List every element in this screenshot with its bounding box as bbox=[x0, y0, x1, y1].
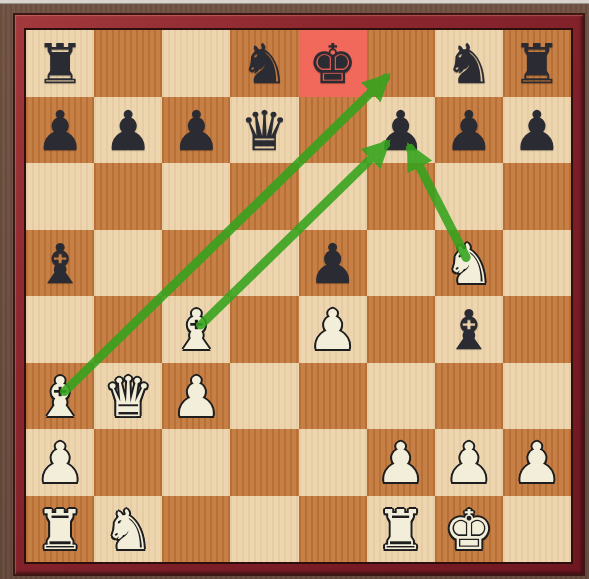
square-d8[interactable]: ♞ bbox=[230, 30, 298, 97]
piece-black-pawn[interactable]: ♟ bbox=[376, 101, 425, 161]
square-f2[interactable]: ♟ bbox=[367, 429, 435, 496]
square-c2[interactable] bbox=[162, 429, 230, 496]
square-a7[interactable]: ♟ bbox=[26, 97, 94, 164]
square-e7[interactable] bbox=[299, 97, 367, 164]
piece-white-king[interactable]: ♚ bbox=[444, 500, 493, 560]
square-g8[interactable]: ♞ bbox=[435, 30, 503, 97]
square-f1[interactable]: ♜ bbox=[367, 496, 435, 563]
square-g4[interactable]: ♝ bbox=[435, 296, 503, 363]
square-e3[interactable] bbox=[299, 363, 367, 430]
piece-black-knight[interactable]: ♞ bbox=[240, 34, 289, 94]
piece-white-knight[interactable]: ♞ bbox=[444, 234, 493, 294]
square-f4[interactable] bbox=[367, 296, 435, 363]
square-h4[interactable] bbox=[503, 296, 571, 363]
piece-white-pawn[interactable]: ♟ bbox=[512, 433, 561, 493]
screenshot-root: ♜♞♚♞♜♟♟♟♛♟♟♟♝♟♞♝♟♝♝♛♟♟♟♟♟♜♞♜♚ bbox=[0, 0, 589, 579]
square-a6[interactable] bbox=[26, 163, 94, 230]
piece-black-pawn[interactable]: ♟ bbox=[104, 101, 153, 161]
square-c8[interactable] bbox=[162, 30, 230, 97]
square-g1[interactable]: ♚ bbox=[435, 496, 503, 563]
square-b1[interactable]: ♞ bbox=[94, 496, 162, 563]
square-a5[interactable]: ♝ bbox=[26, 230, 94, 297]
piece-white-knight[interactable]: ♞ bbox=[104, 500, 153, 560]
square-b3[interactable]: ♛ bbox=[94, 363, 162, 430]
square-d3[interactable] bbox=[230, 363, 298, 430]
piece-black-pawn[interactable]: ♟ bbox=[308, 234, 357, 294]
square-h8[interactable]: ♜ bbox=[503, 30, 571, 97]
piece-black-king[interactable]: ♚ bbox=[308, 34, 357, 94]
piece-white-queen[interactable]: ♛ bbox=[104, 367, 153, 427]
square-f8[interactable] bbox=[367, 30, 435, 97]
square-d2[interactable] bbox=[230, 429, 298, 496]
square-e6[interactable] bbox=[299, 163, 367, 230]
square-g3[interactable] bbox=[435, 363, 503, 430]
board-wrap: ♜♞♚♞♜♟♟♟♛♟♟♟♝♟♞♝♟♝♝♛♟♟♟♟♟♜♞♜♚ bbox=[24, 28, 573, 564]
piece-black-rook[interactable]: ♜ bbox=[35, 34, 84, 94]
square-d5[interactable] bbox=[230, 230, 298, 297]
square-h7[interactable]: ♟ bbox=[503, 97, 571, 164]
piece-white-rook[interactable]: ♜ bbox=[376, 500, 425, 560]
square-e1[interactable] bbox=[299, 496, 367, 563]
piece-black-bishop[interactable]: ♝ bbox=[35, 234, 84, 294]
square-f6[interactable] bbox=[367, 163, 435, 230]
square-f5[interactable] bbox=[367, 230, 435, 297]
square-g5[interactable]: ♞ bbox=[435, 230, 503, 297]
square-g7[interactable]: ♟ bbox=[435, 97, 503, 164]
square-d1[interactable] bbox=[230, 496, 298, 563]
square-d6[interactable] bbox=[230, 163, 298, 230]
square-b7[interactable]: ♟ bbox=[94, 97, 162, 164]
piece-black-pawn[interactable]: ♟ bbox=[35, 101, 84, 161]
square-d7[interactable]: ♛ bbox=[230, 97, 298, 164]
square-c5[interactable] bbox=[162, 230, 230, 297]
square-a8[interactable]: ♜ bbox=[26, 30, 94, 97]
piece-black-pawn[interactable]: ♟ bbox=[444, 101, 493, 161]
square-e4[interactable]: ♟ bbox=[299, 296, 367, 363]
piece-white-rook[interactable]: ♜ bbox=[35, 500, 84, 560]
square-b4[interactable] bbox=[94, 296, 162, 363]
square-d4[interactable] bbox=[230, 296, 298, 363]
piece-black-knight[interactable]: ♞ bbox=[444, 34, 493, 94]
square-e8[interactable]: ♚ bbox=[299, 30, 367, 97]
square-h2[interactable]: ♟ bbox=[503, 429, 571, 496]
square-c7[interactable]: ♟ bbox=[162, 97, 230, 164]
square-a3[interactable]: ♝ bbox=[26, 363, 94, 430]
square-a2[interactable]: ♟ bbox=[26, 429, 94, 496]
piece-white-pawn[interactable]: ♟ bbox=[35, 433, 84, 493]
piece-black-queen[interactable]: ♛ bbox=[240, 101, 289, 161]
square-g2[interactable]: ♟ bbox=[435, 429, 503, 496]
square-c1[interactable] bbox=[162, 496, 230, 563]
square-c3[interactable]: ♟ bbox=[162, 363, 230, 430]
piece-white-pawn[interactable]: ♟ bbox=[308, 300, 357, 360]
square-b6[interactable] bbox=[94, 163, 162, 230]
piece-black-bishop[interactable]: ♝ bbox=[444, 300, 493, 360]
square-g6[interactable] bbox=[435, 163, 503, 230]
piece-black-rook[interactable]: ♜ bbox=[512, 34, 561, 94]
piece-white-pawn[interactable]: ♟ bbox=[172, 367, 221, 427]
square-h3[interactable] bbox=[503, 363, 571, 430]
piece-white-bishop[interactable]: ♝ bbox=[35, 367, 84, 427]
square-b2[interactable] bbox=[94, 429, 162, 496]
piece-black-pawn[interactable]: ♟ bbox=[172, 101, 221, 161]
square-f3[interactable] bbox=[367, 363, 435, 430]
square-f7[interactable]: ♟ bbox=[367, 97, 435, 164]
square-b5[interactable] bbox=[94, 230, 162, 297]
square-h6[interactable] bbox=[503, 163, 571, 230]
piece-black-pawn[interactable]: ♟ bbox=[512, 101, 561, 161]
window-top-strip bbox=[0, 0, 589, 4]
square-a4[interactable] bbox=[26, 296, 94, 363]
square-c6[interactable] bbox=[162, 163, 230, 230]
square-h5[interactable] bbox=[503, 230, 571, 297]
square-e5[interactable]: ♟ bbox=[299, 230, 367, 297]
piece-white-pawn[interactable]: ♟ bbox=[376, 433, 425, 493]
square-a1[interactable]: ♜ bbox=[26, 496, 94, 563]
square-b8[interactable] bbox=[94, 30, 162, 97]
piece-white-pawn[interactable]: ♟ bbox=[444, 433, 493, 493]
piece-white-bishop[interactable]: ♝ bbox=[172, 300, 221, 360]
square-e2[interactable] bbox=[299, 429, 367, 496]
board: ♜♞♚♞♜♟♟♟♛♟♟♟♝♟♞♝♟♝♝♛♟♟♟♟♟♜♞♜♚ bbox=[26, 30, 571, 562]
square-h1[interactable] bbox=[503, 496, 571, 563]
square-c4[interactable]: ♝ bbox=[162, 296, 230, 363]
